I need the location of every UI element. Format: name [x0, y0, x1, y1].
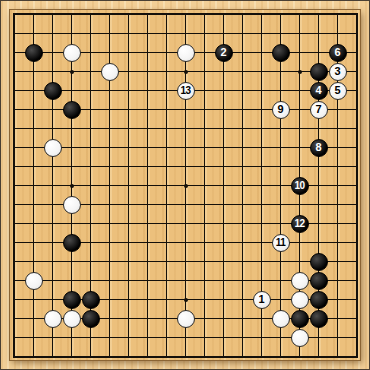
- stone-black: [310, 291, 328, 309]
- stone-white-7: 7: [310, 101, 328, 119]
- stone-black-8: 8: [310, 139, 328, 157]
- go-board[interactable]: 26481012135791113: [10, 10, 360, 360]
- stone-white: [25, 272, 43, 290]
- stone-black: [63, 101, 81, 119]
- stone-black: [63, 234, 81, 252]
- stone-white: [44, 310, 62, 328]
- star-point: [70, 184, 74, 188]
- stone-black-2: 2: [215, 44, 233, 62]
- stone-black-10: 10: [291, 177, 309, 195]
- stone-white: [291, 272, 309, 290]
- star-point: [184, 184, 188, 188]
- star-point: [184, 298, 188, 302]
- stone-black: [82, 310, 100, 328]
- stone-white-11: 11: [272, 234, 290, 252]
- stone-white: [63, 44, 81, 62]
- stone-black: [25, 44, 43, 62]
- stone-white-3: 3: [329, 63, 347, 81]
- stone-white: [291, 291, 309, 309]
- stone-black: [82, 291, 100, 309]
- stone-white: [177, 44, 195, 62]
- stone-black: [272, 44, 290, 62]
- stone-white-5: 5: [329, 82, 347, 100]
- star-point: [298, 70, 302, 74]
- star-point: [184, 70, 188, 74]
- stone-white: [177, 310, 195, 328]
- go-diagram: 26481012135791113: [0, 0, 370, 370]
- stone-black: [44, 82, 62, 100]
- stone-black: [310, 63, 328, 81]
- stone-white: [63, 310, 81, 328]
- stone-black: [291, 310, 309, 328]
- stone-black: [310, 253, 328, 271]
- stone-white-9: 9: [272, 101, 290, 119]
- stone-black: [310, 310, 328, 328]
- stone-white: [44, 139, 62, 157]
- star-point: [70, 70, 74, 74]
- stone-black: [63, 291, 81, 309]
- stone-white: [101, 63, 119, 81]
- stone-black-4: 4: [310, 82, 328, 100]
- stone-black-12: 12: [291, 215, 309, 233]
- stone-white: [291, 329, 309, 347]
- stone-white: [272, 310, 290, 328]
- stone-black: [310, 272, 328, 290]
- stone-white-1: 1: [253, 291, 271, 309]
- stone-white-13: 13: [177, 82, 195, 100]
- stone-black-6: 6: [329, 44, 347, 62]
- stone-white: [63, 196, 81, 214]
